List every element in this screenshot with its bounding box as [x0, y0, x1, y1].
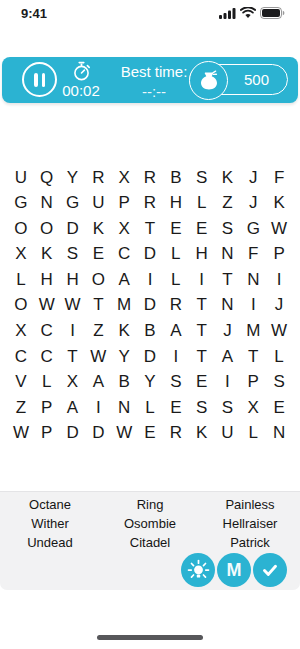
grid-cell[interactable]: T	[85, 293, 111, 319]
grid-cell[interactable]: L	[240, 420, 266, 446]
grid-cell[interactable]: E	[266, 395, 292, 421]
checkmark-icon	[259, 559, 281, 581]
grid-cell[interactable]: N	[215, 242, 241, 268]
grid-cell[interactable]: T	[189, 318, 215, 344]
grid-cell[interactable]: E	[189, 369, 215, 395]
grid-cell[interactable]: U	[215, 420, 241, 446]
grid-cell[interactable]: A	[163, 318, 189, 344]
grid-cell[interactable]: H	[60, 267, 86, 293]
grid-cell[interactable]: A	[85, 369, 111, 395]
grid-cell[interactable]: S	[189, 165, 215, 191]
game-toolbar: 00:02 Best time: --:-- 500	[2, 57, 298, 103]
grid-cell[interactable]: D	[60, 216, 86, 242]
grid-cell[interactable]: S	[189, 395, 215, 421]
word-item: Osombie	[100, 516, 200, 531]
grid-cell[interactable]: T	[189, 344, 215, 370]
grid-cell[interactable]: B	[137, 318, 163, 344]
grid-cell[interactable]: S	[215, 395, 241, 421]
grid-cell[interactable]: K	[266, 191, 292, 217]
grid-cell[interactable]: P	[111, 191, 137, 217]
grid-cell[interactable]: T	[137, 216, 163, 242]
grid-cell[interactable]: S	[215, 216, 241, 242]
elapsed-time: 00:02	[57, 82, 105, 99]
grid-cell[interactable]: J	[266, 293, 292, 319]
grid-cell[interactable]: K	[111, 318, 137, 344]
grid-cell[interactable]: D	[60, 420, 86, 446]
grid-cell[interactable]: A	[215, 344, 241, 370]
grid-cell[interactable]: M	[240, 318, 266, 344]
grid-cell[interactable]: N	[240, 267, 266, 293]
phone-screen: 9:41	[0, 0, 300, 649]
grid-cell[interactable]: W	[8, 420, 34, 446]
grid-cell[interactable]: R	[163, 420, 189, 446]
grid-cell[interactable]: P	[34, 420, 60, 446]
grid-cell[interactable]: H	[34, 267, 60, 293]
word-item: Citadel	[100, 535, 200, 550]
grid-cell[interactable]: V	[8, 369, 34, 395]
grid-cell[interactable]: B	[111, 369, 137, 395]
grid-cell[interactable]: Y	[60, 165, 86, 191]
grid-cell[interactable]: L	[189, 191, 215, 217]
grid-cell[interactable]: P	[240, 369, 266, 395]
grid-cell[interactable]: Z	[215, 191, 241, 217]
grid-cell[interactable]: J	[240, 165, 266, 191]
home-indicator[interactable]	[97, 635, 203, 640]
grid-cell[interactable]: J	[215, 318, 241, 344]
best-time-block: Best time: --:--	[107, 63, 201, 100]
grid-cell[interactable]: I	[266, 267, 292, 293]
coin-count: 500	[232, 65, 281, 94]
grid-cell[interactable]: C	[111, 242, 137, 268]
grid-cell[interactable]: U	[8, 165, 34, 191]
battery-icon	[260, 7, 285, 19]
grid-cell[interactable]: R	[163, 293, 189, 319]
grid-cell[interactable]: E	[163, 216, 189, 242]
grid-cell[interactable]: X	[240, 395, 266, 421]
word-item: Undead	[0, 535, 100, 550]
grid-cell[interactable]: T	[215, 267, 241, 293]
word-item: Hellraiser	[200, 516, 300, 531]
grid-cell[interactable]: T	[189, 293, 215, 319]
pause-icon	[42, 73, 46, 87]
grid-cell[interactable]: X	[111, 216, 137, 242]
grid-cell[interactable]: O	[8, 216, 34, 242]
word-item: Ring	[100, 497, 200, 512]
grid-cell[interactable]: P	[34, 395, 60, 421]
stopwatch-icon	[72, 61, 91, 81]
grid-cell[interactable]: X	[8, 242, 34, 268]
grid-cell[interactable]: L	[266, 344, 292, 370]
grid-cell[interactable]: A	[111, 267, 137, 293]
grid-cell[interactable]: W	[34, 293, 60, 319]
grid-cell[interactable]: D	[137, 242, 163, 268]
word-item: Painless	[200, 497, 300, 512]
grid-cell[interactable]: W	[266, 318, 292, 344]
grid-cell[interactable]: T	[240, 344, 266, 370]
grid-cell[interactable]: I	[85, 395, 111, 421]
grid-cell[interactable]: Y	[111, 344, 137, 370]
grid-cell[interactable]: R	[137, 165, 163, 191]
grid-cell[interactable]: X	[8, 318, 34, 344]
grid-cell[interactable]: U	[85, 191, 111, 217]
status-time: 9:41	[21, 6, 47, 21]
grid-cell[interactable]: O	[34, 216, 60, 242]
coin-counter[interactable]: 500	[189, 64, 288, 95]
grid-cell[interactable]: K	[85, 216, 111, 242]
grid-cell[interactable]: L	[163, 267, 189, 293]
grid-cell[interactable]: X	[111, 165, 137, 191]
grid-cell[interactable]: D	[137, 344, 163, 370]
magic-m-button[interactable]: M	[217, 553, 251, 587]
grid-cell[interactable]: W	[111, 420, 137, 446]
confirm-button[interactable]	[253, 553, 287, 587]
grid-cell[interactable]: F	[240, 242, 266, 268]
grid-cell[interactable]: K	[34, 242, 60, 268]
grid-cell[interactable]: T	[60, 344, 86, 370]
letter-grid[interactable]: UQYRXRBSKJFGNGUPRHLZJKOODKXTEESGWXKSECDL…	[8, 165, 292, 446]
status-bar: 9:41	[0, 0, 300, 24]
grid-cell[interactable]: W	[266, 216, 292, 242]
grid-cell[interactable]: J	[240, 191, 266, 217]
grid-cell[interactable]: F	[266, 165, 292, 191]
grid-cell[interactable]: Z	[85, 318, 111, 344]
word-panel: OctaneRingPainlessWitherOsombieHellraise…	[0, 491, 300, 590]
grid-cell[interactable]: E	[163, 395, 189, 421]
grid-cell[interactable]: Q	[34, 165, 60, 191]
grid-cell[interactable]: I	[60, 318, 86, 344]
grid-cell[interactable]: I	[137, 267, 163, 293]
action-buttons: M	[181, 553, 287, 587]
grid-cell[interactable]: E	[85, 242, 111, 268]
grid-cell[interactable]: G	[240, 216, 266, 242]
m-icon: M	[227, 560, 242, 581]
grid-cell[interactable]: H	[163, 191, 189, 217]
grid-cell[interactable]: S	[266, 369, 292, 395]
grid-cell[interactable]: R	[137, 191, 163, 217]
light-bulb-icon	[187, 559, 210, 582]
pause-button[interactable]	[22, 62, 57, 97]
grid-cell[interactable]: I	[163, 344, 189, 370]
grid-cell[interactable]: D	[137, 293, 163, 319]
grid-cell[interactable]: P	[266, 242, 292, 268]
grid-cell[interactable]: W	[60, 293, 86, 319]
word-list: OctaneRingPainlessWitherOsombieHellraise…	[0, 492, 300, 550]
grid-cell[interactable]: C	[8, 344, 34, 370]
grid-cell[interactable]: L	[8, 267, 34, 293]
grid-cell[interactable]: B	[163, 165, 189, 191]
hint-button[interactable]	[181, 553, 215, 587]
grid-cell[interactable]: I	[189, 267, 215, 293]
grid-cell[interactable]: M	[111, 293, 137, 319]
grid-cell[interactable]: E	[137, 420, 163, 446]
grid-cell[interactable]: L	[34, 369, 60, 395]
grid-cell[interactable]: Z	[8, 395, 34, 421]
word-item: Wither	[0, 516, 100, 531]
grid-cell[interactable]: A	[60, 395, 86, 421]
grid-cell[interactable]: C	[34, 344, 60, 370]
status-icons	[219, 7, 285, 19]
grid-cell[interactable]: N	[266, 420, 292, 446]
grid-cell[interactable]: O	[8, 293, 34, 319]
word-item: Patrick	[200, 535, 300, 550]
grid-cell[interactable]: C	[34, 318, 60, 344]
grid-cell[interactable]: K	[189, 420, 215, 446]
grid-cell[interactable]: W	[85, 344, 111, 370]
word-item: Octane	[0, 497, 100, 512]
grid-cell[interactable]: O	[85, 267, 111, 293]
grid-cell[interactable]: X	[60, 369, 86, 395]
grid-cell[interactable]: I	[240, 293, 266, 319]
grid-cell[interactable]: R	[85, 165, 111, 191]
money-bag-icon	[197, 68, 221, 92]
grid-cell[interactable]: G	[60, 191, 86, 217]
grid-cell[interactable]: I	[215, 369, 241, 395]
timer-block: 00:02	[57, 59, 105, 99]
coin-circle	[189, 61, 228, 100]
grid-cell[interactable]: S	[60, 242, 86, 268]
grid-cell[interactable]: Y	[137, 369, 163, 395]
grid-cell[interactable]: L	[137, 395, 163, 421]
grid-cell[interactable]: S	[163, 369, 189, 395]
grid-cell[interactable]: E	[189, 216, 215, 242]
best-time-label: Best time:	[107, 63, 201, 80]
grid-cell[interactable]: N	[111, 395, 137, 421]
grid-cell[interactable]: D	[85, 420, 111, 446]
pause-icon	[34, 73, 38, 87]
best-time-value: --:--	[107, 83, 201, 100]
grid-cell[interactable]: G	[8, 191, 34, 217]
grid-cell[interactable]: N	[34, 191, 60, 217]
wifi-icon	[240, 7, 256, 19]
grid-cell[interactable]: K	[215, 165, 241, 191]
signal-strength-icon	[219, 8, 236, 19]
grid-cell[interactable]: N	[215, 293, 241, 319]
grid-cell[interactable]: L	[163, 242, 189, 268]
grid-cell[interactable]: H	[189, 242, 215, 268]
